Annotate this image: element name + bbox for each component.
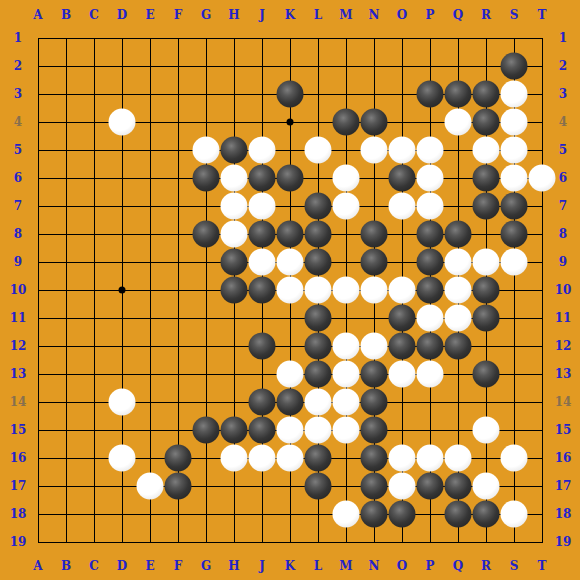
col-label-O-bottom: O [397, 559, 407, 573]
white-stone-N12 [361, 333, 388, 360]
col-label-G-bottom: G [201, 559, 211, 573]
white-stone-R17 [473, 473, 500, 500]
white-stone-O7 [389, 193, 416, 220]
white-stone-H7 [221, 193, 248, 220]
col-label-S-bottom: S [510, 559, 519, 573]
black-stone-K8 [277, 221, 304, 248]
col-label-N-bottom: N [369, 559, 380, 573]
black-stone-S7 [501, 193, 528, 220]
white-stone-D14 [109, 389, 136, 416]
row-label-2-right: 2 [559, 59, 567, 73]
black-stone-P17 [417, 473, 444, 500]
row-label-13-right: 13 [555, 367, 572, 381]
white-stone-L14 [305, 389, 332, 416]
white-stone-M18 [333, 501, 360, 528]
black-stone-L17 [305, 473, 332, 500]
col-label-L-top: L [314, 8, 322, 22]
black-stone-P9 [417, 249, 444, 276]
black-stone-J14 [249, 389, 276, 416]
black-stone-K6 [277, 165, 304, 192]
black-stone-R6 [473, 165, 500, 192]
black-stone-Q3 [445, 81, 472, 108]
white-stone-Q10 [445, 277, 472, 304]
white-stone-K9 [277, 249, 304, 276]
black-stone-N8 [361, 221, 388, 248]
white-stone-R9 [473, 249, 500, 276]
black-stone-P3 [417, 81, 444, 108]
white-stone-M14 [333, 389, 360, 416]
black-stone-O12 [389, 333, 416, 360]
black-stone-J15 [249, 417, 276, 444]
black-stone-L8 [305, 221, 332, 248]
row-label-3-right: 3 [559, 87, 567, 101]
black-stone-N15 [361, 417, 388, 444]
black-stone-J12 [249, 333, 276, 360]
col-label-J-top: J [259, 8, 265, 22]
row-label-4-left: 4 [14, 115, 22, 129]
white-stone-P11 [417, 305, 444, 332]
black-stone-N13 [361, 361, 388, 388]
black-stone-G15 [193, 417, 220, 444]
white-stone-M7 [333, 193, 360, 220]
row-label-7-left: 7 [14, 199, 22, 213]
row-label-9-left: 9 [14, 255, 22, 269]
col-label-N-top: N [369, 8, 380, 22]
white-stone-O13 [389, 361, 416, 388]
black-stone-K3 [277, 81, 304, 108]
black-stone-R3 [473, 81, 500, 108]
black-stone-K14 [277, 389, 304, 416]
black-stone-J6 [249, 165, 276, 192]
row-label-9-right: 9 [559, 255, 567, 269]
row-label-8-left: 8 [14, 227, 22, 241]
white-stone-P13 [417, 361, 444, 388]
row-label-18-left: 18 [10, 507, 27, 521]
white-stone-G5 [193, 137, 220, 164]
row-label-6-right: 6 [559, 171, 567, 185]
col-label-Q-bottom: Q [453, 559, 463, 573]
white-stone-O5 [389, 137, 416, 164]
row-label-15-left: 15 [10, 423, 27, 437]
star-point-K4 [287, 119, 294, 126]
black-stone-M4 [333, 109, 360, 136]
black-stone-L13 [305, 361, 332, 388]
row-label-2-left: 2 [14, 59, 22, 73]
col-label-E-top: E [145, 8, 154, 22]
row-label-17-left: 17 [10, 479, 27, 493]
col-label-F-bottom: F [174, 559, 183, 573]
col-label-C-top: C [89, 8, 99, 22]
white-stone-E17 [137, 473, 164, 500]
col-label-P-bottom: P [425, 559, 434, 573]
col-label-K-top: K [285, 8, 295, 22]
white-stone-S4 [501, 109, 528, 136]
white-stone-O10 [389, 277, 416, 304]
black-stone-J10 [249, 277, 276, 304]
col-label-T-bottom: T [538, 559, 547, 573]
white-stone-H6 [221, 165, 248, 192]
black-stone-H5 [221, 137, 248, 164]
black-stone-F16 [165, 445, 192, 472]
col-label-E-bottom: E [145, 559, 154, 573]
black-stone-P8 [417, 221, 444, 248]
col-label-O-top: O [397, 8, 407, 22]
row-label-3-left: 3 [14, 87, 22, 101]
white-stone-M15 [333, 417, 360, 444]
white-stone-H8 [221, 221, 248, 248]
white-stone-P7 [417, 193, 444, 220]
black-stone-L11 [305, 305, 332, 332]
black-stone-L16 [305, 445, 332, 472]
row-label-14-left: 14 [10, 395, 27, 409]
white-stone-M10 [333, 277, 360, 304]
row-label-11-right: 11 [555, 311, 572, 325]
col-label-Q-top: Q [453, 8, 463, 22]
row-label-5-left: 5 [14, 143, 22, 157]
col-label-P-top: P [425, 8, 434, 22]
white-stone-L10 [305, 277, 332, 304]
black-stone-R11 [473, 305, 500, 332]
white-stone-N10 [361, 277, 388, 304]
white-stone-R15 [473, 417, 500, 444]
white-stone-P5 [417, 137, 444, 164]
row-label-16-right: 16 [555, 451, 572, 465]
white-stone-J7 [249, 193, 276, 220]
white-stone-N5 [361, 137, 388, 164]
white-stone-J9 [249, 249, 276, 276]
row-label-15-right: 15 [555, 423, 572, 437]
black-stone-H15 [221, 417, 248, 444]
white-stone-D4 [109, 109, 136, 136]
row-label-6-left: 6 [14, 171, 22, 185]
col-label-G-top: G [201, 8, 211, 22]
col-label-H-bottom: H [228, 559, 239, 573]
col-label-R-top: R [481, 8, 491, 22]
col-label-R-bottom: R [481, 559, 491, 573]
white-stone-Q11 [445, 305, 472, 332]
black-stone-O11 [389, 305, 416, 332]
col-label-M-top: M [339, 8, 352, 22]
star-point-D10 [119, 287, 126, 294]
col-label-C-bottom: C [89, 559, 99, 573]
black-stone-Q17 [445, 473, 472, 500]
white-stone-K13 [277, 361, 304, 388]
col-label-A-bottom: A [33, 559, 42, 573]
white-stone-O16 [389, 445, 416, 472]
row-label-12-right: 12 [555, 339, 572, 353]
white-stone-K15 [277, 417, 304, 444]
white-stone-L5 [305, 137, 332, 164]
row-label-19-right: 19 [555, 535, 572, 549]
black-stone-P12 [417, 333, 444, 360]
col-label-J-bottom: J [259, 559, 265, 573]
black-stone-L9 [305, 249, 332, 276]
col-label-F-top: F [174, 8, 183, 22]
row-label-8-right: 8 [559, 227, 567, 241]
white-stone-M12 [333, 333, 360, 360]
row-label-10-right: 10 [555, 283, 572, 297]
white-stone-S9 [501, 249, 528, 276]
white-stone-S18 [501, 501, 528, 528]
go-board[interactable]: AABBCCDDEEFFGGHHJJKKLLMMNNOOPPQQRRSSTT11… [0, 0, 580, 580]
black-stone-L7 [305, 193, 332, 220]
white-stone-T6 [529, 165, 556, 192]
black-stone-R18 [473, 501, 500, 528]
col-label-T-top: T [538, 8, 547, 22]
row-label-10-left: 10 [10, 283, 27, 297]
black-stone-F17 [165, 473, 192, 500]
white-stone-L15 [305, 417, 332, 444]
col-label-H-top: H [228, 8, 239, 22]
row-label-12-left: 12 [10, 339, 27, 353]
row-label-18-right: 18 [555, 507, 572, 521]
black-stone-J8 [249, 221, 276, 248]
white-stone-S6 [501, 165, 528, 192]
white-stone-D16 [109, 445, 136, 472]
black-stone-Q18 [445, 501, 472, 528]
black-stone-N4 [361, 109, 388, 136]
white-stone-S5 [501, 137, 528, 164]
black-stone-P10 [417, 277, 444, 304]
col-label-A-top: A [33, 8, 42, 22]
black-stone-L12 [305, 333, 332, 360]
white-stone-J16 [249, 445, 276, 472]
black-stone-N18 [361, 501, 388, 528]
black-stone-Q12 [445, 333, 472, 360]
col-label-B-bottom: B [61, 559, 71, 573]
white-stone-M13 [333, 361, 360, 388]
black-stone-R4 [473, 109, 500, 136]
white-stone-K10 [277, 277, 304, 304]
black-stone-O6 [389, 165, 416, 192]
white-stone-M6 [333, 165, 360, 192]
row-label-7-right: 7 [559, 199, 567, 213]
row-label-16-left: 16 [10, 451, 27, 465]
white-stone-Q9 [445, 249, 472, 276]
black-stone-H9 [221, 249, 248, 276]
white-stone-Q4 [445, 109, 472, 136]
black-stone-G6 [193, 165, 220, 192]
col-label-K-bottom: K [285, 559, 295, 573]
black-stone-N9 [361, 249, 388, 276]
white-stone-S3 [501, 81, 528, 108]
col-label-D-top: D [117, 8, 127, 22]
white-stone-S16 [501, 445, 528, 472]
row-label-1-right: 1 [559, 31, 567, 45]
black-stone-N14 [361, 389, 388, 416]
row-label-17-right: 17 [555, 479, 572, 493]
black-stone-H10 [221, 277, 248, 304]
white-stone-J5 [249, 137, 276, 164]
black-stone-R13 [473, 361, 500, 388]
black-stone-N16 [361, 445, 388, 472]
col-label-L-bottom: L [314, 559, 322, 573]
black-stone-N17 [361, 473, 388, 500]
col-label-D-bottom: D [117, 559, 127, 573]
black-stone-Q8 [445, 221, 472, 248]
row-label-4-right: 4 [559, 115, 567, 129]
row-label-5-right: 5 [559, 143, 567, 157]
row-label-13-left: 13 [10, 367, 27, 381]
row-label-14-right: 14 [555, 395, 572, 409]
white-stone-O17 [389, 473, 416, 500]
black-stone-G8 [193, 221, 220, 248]
row-label-19-left: 19 [10, 535, 27, 549]
row-label-11-left: 11 [10, 311, 27, 325]
black-stone-O18 [389, 501, 416, 528]
row-label-1-left: 1 [14, 31, 22, 45]
col-label-M-bottom: M [339, 559, 352, 573]
white-stone-R5 [473, 137, 500, 164]
white-stone-H16 [221, 445, 248, 472]
white-stone-P16 [417, 445, 444, 472]
col-label-B-top: B [61, 8, 71, 22]
black-stone-R10 [473, 277, 500, 304]
black-stone-S8 [501, 221, 528, 248]
black-stone-S2 [501, 53, 528, 80]
black-stone-R7 [473, 193, 500, 220]
white-stone-K16 [277, 445, 304, 472]
white-stone-Q16 [445, 445, 472, 472]
white-stone-P6 [417, 165, 444, 192]
col-label-S-top: S [510, 8, 519, 22]
